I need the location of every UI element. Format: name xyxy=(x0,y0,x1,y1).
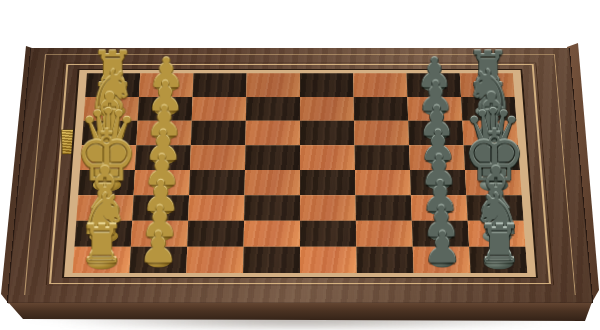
photo-stage: ♜♞♝♛♚♝♞♜♟♟♟♟♟♟♟♟♟♟♟♟♟♟♟♟♜♞♝♛♚♝♞♜ xyxy=(0,0,600,330)
square-c4[interactable] xyxy=(245,121,300,145)
square-d5[interactable] xyxy=(300,145,355,170)
chess-board: ♜♞♝♛♚♝♞♜♟♟♟♟♟♟♟♟♟♟♟♟♟♟♟♟♜♞♝♛♚♝♞♜ xyxy=(8,48,592,303)
square-b4[interactable] xyxy=(246,97,300,121)
square-b5[interactable] xyxy=(300,97,354,121)
square-e4[interactable] xyxy=(245,170,300,195)
square-a4[interactable] xyxy=(246,73,300,97)
square-d4[interactable] xyxy=(245,145,300,170)
square-f5[interactable] xyxy=(300,195,356,221)
square-e5[interactable] xyxy=(300,170,355,195)
silver-rook-icon: ♜ xyxy=(455,218,542,270)
board-scene: ♜♞♝♛♚♝♞♜♟♟♟♟♟♟♟♟♟♟♟♟♟♟♟♟♜♞♝♛♚♝♞♜ xyxy=(0,0,600,330)
square-g4[interactable] xyxy=(244,221,300,247)
gold-pawn-icon: ♟ xyxy=(115,226,202,269)
square-g5[interactable] xyxy=(300,221,356,247)
square-f4[interactable] xyxy=(244,195,300,221)
board-field: ♜♞♝♛♚♝♞♜♟♟♟♟♟♟♟♟♟♟♟♟♟♟♟♟♜♞♝♛♚♝♞♜ xyxy=(73,73,528,273)
square-c5[interactable] xyxy=(300,121,355,145)
square-h4[interactable] xyxy=(243,247,300,273)
square-a5[interactable] xyxy=(300,73,354,97)
square-h5[interactable] xyxy=(300,247,357,273)
